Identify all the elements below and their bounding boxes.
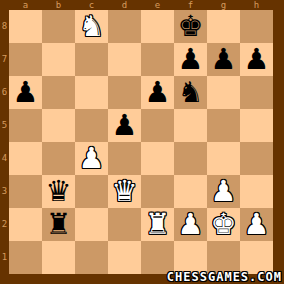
square-g4[interactable] <box>207 142 240 175</box>
file-label-b: b <box>42 0 75 10</box>
square-g8[interactable] <box>207 10 240 43</box>
square-h5[interactable] <box>240 109 273 142</box>
square-h6[interactable] <box>240 76 273 109</box>
black-pawn[interactable]: ♟ <box>178 43 204 76</box>
white-queen[interactable]: ♛ <box>112 175 138 208</box>
square-d6[interactable] <box>108 76 141 109</box>
rank-label-7: 7 <box>0 43 9 76</box>
board-frame: ♞♚♟♟♟♟♟♞♟♟♛♛♟♜♜♟♚♟ CHESSGAMES.COM abcdef… <box>0 0 284 284</box>
square-b5[interactable] <box>42 109 75 142</box>
square-e2[interactable]: ♜ <box>141 208 174 241</box>
square-h3[interactable] <box>240 175 273 208</box>
square-h7[interactable]: ♟ <box>240 43 273 76</box>
square-b6[interactable] <box>42 76 75 109</box>
square-c6[interactable] <box>75 76 108 109</box>
rank-label-2: 2 <box>0 208 9 241</box>
square-h4[interactable] <box>240 142 273 175</box>
square-g3[interactable]: ♟ <box>207 175 240 208</box>
square-h2[interactable]: ♟ <box>240 208 273 241</box>
square-f3[interactable] <box>174 175 207 208</box>
black-knight[interactable]: ♞ <box>178 76 204 109</box>
square-d7[interactable] <box>108 43 141 76</box>
square-c1[interactable] <box>75 241 108 274</box>
square-b7[interactable] <box>42 43 75 76</box>
file-label-f: f <box>174 0 207 10</box>
square-c7[interactable] <box>75 43 108 76</box>
black-pawn[interactable]: ♟ <box>13 76 39 109</box>
square-b1[interactable] <box>42 241 75 274</box>
square-e7[interactable] <box>141 43 174 76</box>
file-label-c: c <box>75 0 108 10</box>
square-e6[interactable]: ♟ <box>141 76 174 109</box>
chessgames-watermark: CHESSGAMES.COM <box>167 270 282 284</box>
square-f6[interactable]: ♞ <box>174 76 207 109</box>
rank-label-8: 8 <box>0 10 9 43</box>
white-pawn[interactable]: ♟ <box>178 208 204 241</box>
square-g6[interactable] <box>207 76 240 109</box>
square-a6[interactable]: ♟ <box>9 76 42 109</box>
square-b3[interactable]: ♛ <box>42 175 75 208</box>
black-rook[interactable]: ♜ <box>46 208 72 241</box>
square-b4[interactable] <box>42 142 75 175</box>
black-king[interactable]: ♚ <box>178 10 204 43</box>
square-d8[interactable] <box>108 10 141 43</box>
square-d5[interactable]: ♟ <box>108 109 141 142</box>
rank-label-4: 4 <box>0 142 9 175</box>
black-pawn[interactable]: ♟ <box>145 76 171 109</box>
white-knight[interactable]: ♞ <box>79 10 105 43</box>
square-a8[interactable] <box>9 10 42 43</box>
square-d1[interactable] <box>108 241 141 274</box>
chess-board: ♞♚♟♟♟♟♟♞♟♟♛♛♟♜♜♟♚♟ <box>9 10 273 274</box>
file-label-g: g <box>207 0 240 10</box>
square-c8[interactable]: ♞ <box>75 10 108 43</box>
rank-label-5: 5 <box>0 109 9 142</box>
black-queen[interactable]: ♛ <box>46 175 72 208</box>
square-f2[interactable]: ♟ <box>174 208 207 241</box>
square-d3[interactable]: ♛ <box>108 175 141 208</box>
square-f5[interactable] <box>174 109 207 142</box>
square-g5[interactable] <box>207 109 240 142</box>
square-e3[interactable] <box>141 175 174 208</box>
square-b2[interactable]: ♜ <box>42 208 75 241</box>
square-e5[interactable] <box>141 109 174 142</box>
rank-label-6: 6 <box>0 76 9 109</box>
black-pawn[interactable]: ♟ <box>112 109 138 142</box>
white-rook[interactable]: ♜ <box>145 208 171 241</box>
square-a1[interactable] <box>9 241 42 274</box>
square-f7[interactable]: ♟ <box>174 43 207 76</box>
white-king[interactable]: ♚ <box>211 208 237 241</box>
square-a5[interactable] <box>9 109 42 142</box>
white-pawn[interactable]: ♟ <box>211 175 237 208</box>
rank-label-3: 3 <box>0 175 9 208</box>
square-f4[interactable] <box>174 142 207 175</box>
square-f8[interactable]: ♚ <box>174 10 207 43</box>
white-pawn[interactable]: ♟ <box>244 208 270 241</box>
square-g2[interactable]: ♚ <box>207 208 240 241</box>
square-a4[interactable] <box>9 142 42 175</box>
square-c4[interactable]: ♟ <box>75 142 108 175</box>
white-pawn[interactable]: ♟ <box>79 142 105 175</box>
black-pawn[interactable]: ♟ <box>211 43 237 76</box>
square-b8[interactable] <box>42 10 75 43</box>
square-c2[interactable] <box>75 208 108 241</box>
square-g7[interactable]: ♟ <box>207 43 240 76</box>
file-label-d: d <box>108 0 141 10</box>
square-e4[interactable] <box>141 142 174 175</box>
square-d2[interactable] <box>108 208 141 241</box>
rank-label-1: 1 <box>0 241 9 274</box>
file-label-e: e <box>141 0 174 10</box>
black-pawn[interactable]: ♟ <box>244 43 270 76</box>
square-h8[interactable] <box>240 10 273 43</box>
square-c3[interactable] <box>75 175 108 208</box>
file-label-h: h <box>240 0 273 10</box>
file-label-a: a <box>9 0 42 10</box>
square-a7[interactable] <box>9 43 42 76</box>
square-a2[interactable] <box>9 208 42 241</box>
square-c5[interactable] <box>75 109 108 142</box>
square-a3[interactable] <box>9 175 42 208</box>
square-d4[interactable] <box>108 142 141 175</box>
square-e8[interactable] <box>141 10 174 43</box>
